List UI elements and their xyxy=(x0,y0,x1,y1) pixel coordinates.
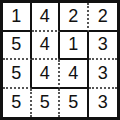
cell-r3c2[interactable]: 5 xyxy=(60,89,89,118)
cell-value: 4 xyxy=(40,63,50,84)
cell-r0c0[interactable]: 1 xyxy=(3,3,32,32)
cell-r1c2[interactable]: 1 xyxy=(60,32,89,61)
cell-value: 3 xyxy=(98,63,108,84)
cell-value: 5 xyxy=(11,63,21,84)
cell-value: 5 xyxy=(68,92,78,113)
cell-value: 5 xyxy=(11,34,21,55)
cell-r1c0[interactable]: 5 xyxy=(3,32,32,61)
cell-r2c0[interactable]: 5 xyxy=(3,60,32,89)
cell-value: 5 xyxy=(11,92,21,113)
cell-r3c3[interactable]: 3 xyxy=(89,89,118,118)
fillomino-board: 1422541354435553 xyxy=(0,0,120,120)
cell-value: 4 xyxy=(40,34,50,55)
cell-value: 2 xyxy=(68,6,78,27)
cell-value: 5 xyxy=(40,92,50,113)
cell-value: 4 xyxy=(68,63,78,84)
cell-value: 1 xyxy=(68,34,78,55)
cell-r0c2[interactable]: 2 xyxy=(60,3,89,32)
cell-r0c1[interactable]: 4 xyxy=(32,3,61,32)
cell-r2c3[interactable]: 3 xyxy=(89,60,118,89)
cell-r1c3[interactable]: 3 xyxy=(89,32,118,61)
cell-value: 1 xyxy=(11,6,21,27)
cell-value: 2 xyxy=(98,6,108,27)
cell-value: 3 xyxy=(98,92,108,113)
cell-r1c1[interactable]: 4 xyxy=(32,32,61,61)
cell-r0c3[interactable]: 2 xyxy=(89,3,118,32)
cell-value: 3 xyxy=(98,34,108,55)
cell-value: 4 xyxy=(40,6,50,27)
cell-r2c1[interactable]: 4 xyxy=(32,60,61,89)
cell-r3c1[interactable]: 5 xyxy=(32,89,61,118)
cell-r2c2[interactable]: 4 xyxy=(60,60,89,89)
cell-r3c0[interactable]: 5 xyxy=(3,89,32,118)
